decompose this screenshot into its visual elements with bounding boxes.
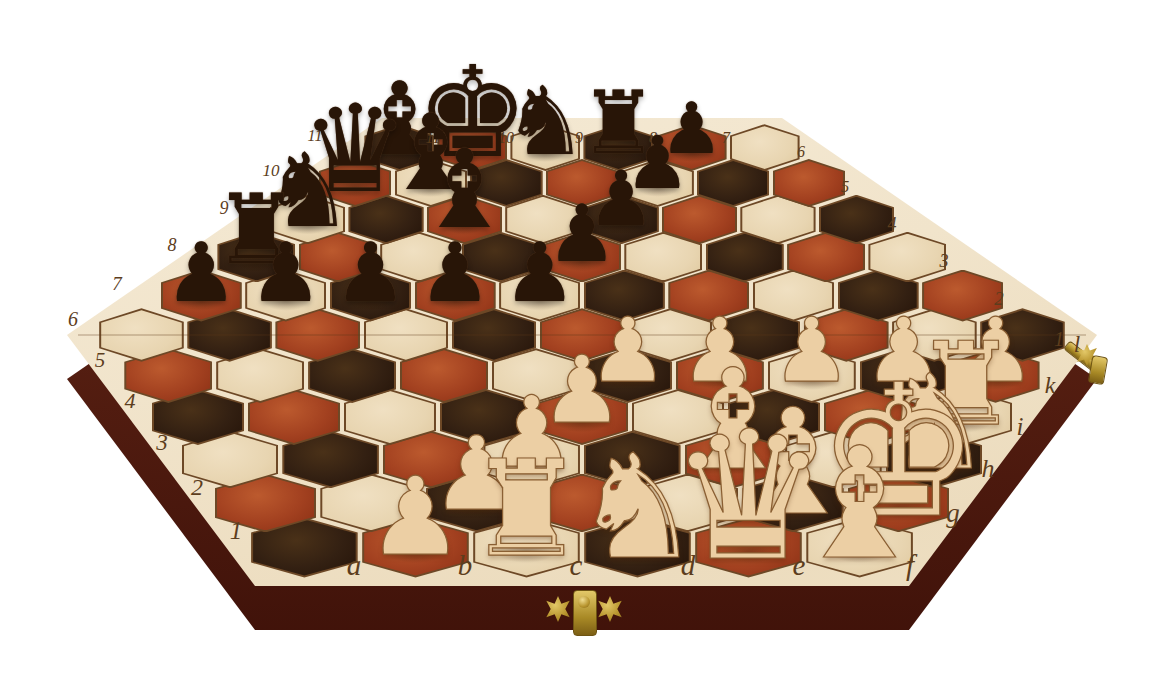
rank-label-right-4: 4 (888, 214, 897, 235)
rank-label-left-6: 6 (68, 308, 78, 331)
rank-label-right-6: 6 (797, 143, 805, 161)
white-knight-d1[interactable]: ♞ (573, 435, 702, 579)
rank-label-right-5: 5 (841, 177, 850, 197)
rank-label-left-5: 5 (95, 348, 106, 373)
rank-label-left-2: 2 (191, 474, 203, 501)
board-photo: abcdefghikl12345678910111110987654321 ♟♜… (0, 0, 1170, 700)
black-pawn-e7[interactable]: ♟ (418, 232, 492, 314)
black-pawn-d7[interactable]: ♟ (334, 232, 408, 314)
rank-label-left-1: 1 (230, 517, 243, 545)
latch-knob (578, 596, 590, 608)
white-pawn-b1[interactable]: ♟ (367, 463, 464, 571)
rank-label-right-1: 1 (1054, 328, 1064, 351)
file-label-a: a (347, 549, 362, 582)
latch-star-right (597, 596, 623, 622)
rank-label-left-4: 4 (125, 388, 136, 414)
side-hinge-plate (1088, 355, 1109, 385)
latch-star-left (545, 596, 571, 622)
rank-label-left-3: 3 (156, 430, 168, 456)
file-label-l: l (1074, 332, 1080, 358)
black-pawn-c7[interactable]: ♟ (249, 232, 323, 314)
black-pawn-f7[interactable]: ♟ (503, 232, 577, 314)
white-rook-c1[interactable]: ♜ (467, 444, 586, 577)
black-pawn-b7[interactable]: ♟ (164, 232, 238, 314)
rank-label-left-7: 7 (112, 273, 122, 295)
rank-label-right-3: 3 (940, 251, 949, 272)
file-label-k: k (1045, 372, 1056, 399)
